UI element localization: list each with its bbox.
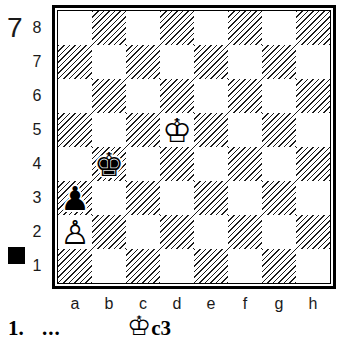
king-figurine-icon: ♔: [127, 312, 151, 339]
square-f2: [228, 215, 262, 249]
square-a8: [58, 11, 92, 45]
square-h5: [296, 113, 330, 147]
square-d7: [160, 45, 194, 79]
move-ellipsis: ...: [42, 316, 61, 341]
square-g6: [262, 79, 296, 113]
square-h1: [296, 249, 330, 283]
square-c7: [126, 45, 160, 79]
square-a6: [58, 79, 92, 113]
file-labels: abcdefgh: [58, 295, 330, 313]
square-f1: [228, 249, 262, 283]
square-b5: [92, 113, 126, 147]
square-g4: [262, 147, 296, 181]
square-b8: [92, 11, 126, 45]
file-label-d: d: [160, 295, 194, 313]
rank-label-7: 7: [26, 45, 48, 79]
rank-label-2: 2: [26, 215, 48, 249]
rank-label-3: 3: [26, 181, 48, 215]
move-text: c3: [151, 316, 171, 341]
file-label-h: h: [296, 295, 330, 313]
board-grid: ♔♚♟♙: [58, 11, 330, 283]
solution-move-line: 1. ... ♔ c3: [0, 312, 345, 344]
file-label-f: f: [228, 295, 262, 313]
square-f6: [228, 79, 262, 113]
square-e6: [194, 79, 228, 113]
square-b7: [92, 45, 126, 79]
square-h4: [296, 147, 330, 181]
rank-label-8: 8: [26, 11, 48, 45]
square-a4: [58, 147, 92, 181]
square-b6: [92, 79, 126, 113]
square-c1: [126, 249, 160, 283]
square-a1: [58, 249, 92, 283]
rank-label-6: 6: [26, 79, 48, 113]
square-d5: ♔: [160, 113, 194, 147]
square-h7: [296, 45, 330, 79]
rank-label-4: 4: [26, 147, 48, 181]
puzzle-page: 7 87654321 ♔♚♟♙ abcdefgh 1. ... ♔ c3: [0, 0, 345, 347]
square-d8: [160, 11, 194, 45]
square-e2: [194, 215, 228, 249]
file-label-a: a: [58, 295, 92, 313]
square-e4: [194, 147, 228, 181]
square-f7: [228, 45, 262, 79]
file-label-b: b: [92, 295, 126, 313]
square-d2: [160, 215, 194, 249]
board-inner-frame: ♔♚♟♙: [57, 10, 331, 284]
chess-board: ♔♚♟♙: [52, 5, 336, 289]
piece-black-pawn-a3: ♟: [58, 181, 92, 215]
puzzle-number: 7: [7, 12, 23, 44]
square-e3: [194, 181, 228, 215]
square-g8: [262, 11, 296, 45]
square-e8: [194, 11, 228, 45]
square-b1: [92, 249, 126, 283]
square-g5: [262, 113, 296, 147]
square-e5: [194, 113, 228, 147]
rank-labels: 87654321: [26, 11, 48, 283]
rank-label-1: 1: [26, 249, 48, 283]
square-a5: [58, 113, 92, 147]
square-h2: [296, 215, 330, 249]
file-label-e: e: [194, 295, 228, 313]
square-c8: [126, 11, 160, 45]
square-c6: [126, 79, 160, 113]
square-h8: [296, 11, 330, 45]
square-b2: [92, 215, 126, 249]
square-g7: [262, 45, 296, 79]
square-f4: [228, 147, 262, 181]
piece-black-king-b4: ♚: [92, 147, 126, 181]
square-f3: [228, 181, 262, 215]
square-c2: [126, 215, 160, 249]
square-c4: [126, 147, 160, 181]
square-d1: [160, 249, 194, 283]
black-to-move-marker: [8, 247, 25, 264]
square-c3: [126, 181, 160, 215]
square-h6: [296, 79, 330, 113]
square-b3: [92, 181, 126, 215]
square-f8: [228, 11, 262, 45]
square-a3: ♟: [58, 181, 92, 215]
square-c5: [126, 113, 160, 147]
square-d3: [160, 181, 194, 215]
piece-white-pawn-a2: ♙: [58, 215, 92, 249]
square-e1: [194, 249, 228, 283]
square-g3: [262, 181, 296, 215]
square-a2: ♙: [58, 215, 92, 249]
square-g1: [262, 249, 296, 283]
piece-white-king-d5: ♔: [160, 113, 194, 147]
square-h3: [296, 181, 330, 215]
move-number: 1.: [8, 316, 24, 341]
square-b4: ♚: [92, 147, 126, 181]
rank-label-5: 5: [26, 113, 48, 147]
square-f5: [228, 113, 262, 147]
square-d4: [160, 147, 194, 181]
square-d6: [160, 79, 194, 113]
square-a7: [58, 45, 92, 79]
solution-move: ♔ c3: [127, 312, 171, 341]
file-label-g: g: [262, 295, 296, 313]
square-e7: [194, 45, 228, 79]
square-g2: [262, 215, 296, 249]
